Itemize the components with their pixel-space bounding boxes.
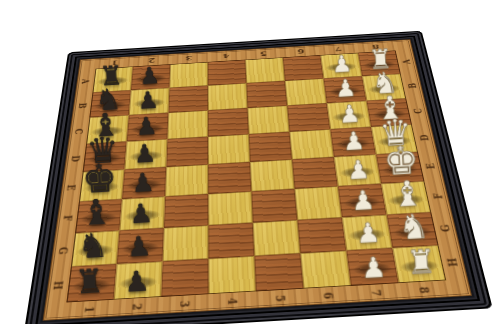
letter-label-text: G bbox=[56, 246, 69, 254]
letter-label-text: A bbox=[401, 59, 412, 64]
number-label-text: 2 bbox=[148, 57, 155, 63]
square-E6[interactable] bbox=[292, 157, 338, 189]
square-C2[interactable]: ♟ bbox=[127, 113, 169, 142]
black-knight-G1[interactable]: ♞ bbox=[77, 228, 109, 264]
wooden-border: 12345678A♜♟♟♜AB♞♟♟♞BC♝♟♟♝CD♛♟♟♛DE♚♟♟♚EF♝… bbox=[43, 39, 472, 320]
square-E5[interactable] bbox=[250, 159, 295, 191]
square-B3[interactable] bbox=[168, 86, 208, 113]
square-A4[interactable] bbox=[208, 60, 247, 86]
number-label-6-bottom: 6 bbox=[303, 286, 353, 306]
square-F3[interactable] bbox=[164, 194, 208, 228]
square-H8[interactable]: ♜ bbox=[392, 245, 446, 283]
square-D2[interactable]: ♟ bbox=[124, 139, 167, 169]
letter-label-text: H bbox=[51, 280, 64, 290]
letter-label-text: C bbox=[412, 108, 424, 114]
square-E7[interactable]: ♟ bbox=[334, 154, 381, 186]
square-H6[interactable] bbox=[300, 251, 351, 289]
letter-label-G-right: G bbox=[431, 211, 459, 245]
board-grid: 12345678A♜♟♟♜AB♞♟♟♞BC♝♟♟♝CD♛♟♟♛DE♚♟♟♚EF♝… bbox=[43, 39, 472, 320]
square-D5[interactable] bbox=[249, 132, 292, 162]
square-G4[interactable] bbox=[208, 223, 254, 259]
number-label-text: 3 bbox=[178, 300, 191, 308]
square-D4[interactable] bbox=[208, 134, 250, 164]
white-pawn-C7[interactable]: ♟ bbox=[338, 101, 361, 127]
letter-label-B-right: B bbox=[401, 73, 424, 99]
number-label-text: 5 bbox=[260, 50, 267, 56]
number-label-text: 6 bbox=[322, 292, 335, 299]
letter-label-A-left: A bbox=[75, 69, 95, 94]
square-C3[interactable] bbox=[167, 110, 208, 139]
number-label-text: 7 bbox=[335, 46, 343, 52]
board-corner bbox=[43, 303, 67, 321]
square-C6[interactable] bbox=[287, 103, 330, 132]
square-G5[interactable] bbox=[253, 220, 301, 256]
letter-label-H-left: H bbox=[45, 267, 71, 304]
square-D3[interactable] bbox=[166, 137, 208, 167]
white-knight-G8[interactable]: ♞ bbox=[398, 209, 431, 245]
number-label-text: 5 bbox=[274, 295, 287, 303]
letter-label-text: E bbox=[65, 184, 77, 191]
square-H3[interactable] bbox=[161, 259, 208, 297]
square-H2[interactable]: ♟ bbox=[114, 261, 163, 299]
square-G6[interactable] bbox=[297, 217, 346, 253]
number-label-7-bottom: 7 bbox=[351, 283, 402, 303]
number-label-4-bottom: 4 bbox=[209, 291, 257, 311]
square-G7[interactable]: ♟ bbox=[342, 215, 392, 251]
square-H4[interactable] bbox=[208, 256, 256, 294]
letter-label-B-left: B bbox=[72, 93, 93, 119]
black-pawn-E2[interactable]: ♟ bbox=[131, 169, 155, 196]
black-pawn-A2[interactable]: ♟ bbox=[139, 64, 161, 88]
square-E4[interactable] bbox=[208, 162, 251, 194]
black-pawn-F2[interactable]: ♟ bbox=[128, 200, 153, 228]
number-label-text: 2 bbox=[130, 303, 143, 311]
chess-set-photo: 12345678A♜♟♟♜AB♞♟♟♞BC♝♟♟♝CD♛♟♟♛DE♚♟♟♚EF♝… bbox=[0, 0, 500, 324]
chess-board: 12345678A♜♟♟♜AB♞♟♟♞BC♝♟♟♝CD♛♟♟♛DE♚♟♟♚EF♝… bbox=[23, 31, 492, 324]
square-E3[interactable] bbox=[165, 165, 208, 197]
square-F7[interactable]: ♟ bbox=[338, 184, 387, 218]
white-rook-H8[interactable]: ♜ bbox=[405, 246, 436, 281]
number-label-1-bottom: 1 bbox=[64, 300, 113, 320]
letter-label-G-left: G bbox=[50, 233, 75, 268]
square-A6[interactable] bbox=[283, 55, 324, 81]
black-pawn-H2[interactable]: ♟ bbox=[123, 267, 150, 297]
white-pawn-F7[interactable]: ♟ bbox=[350, 187, 375, 215]
white-pawn-B7[interactable]: ♟ bbox=[334, 76, 357, 101]
number-label-5-bottom: 5 bbox=[256, 289, 305, 309]
square-F4[interactable] bbox=[208, 191, 253, 225]
square-G2[interactable]: ♟ bbox=[117, 228, 164, 264]
letter-label-text: F bbox=[61, 215, 73, 222]
square-B4[interactable] bbox=[208, 83, 248, 110]
square-D6[interactable] bbox=[289, 129, 333, 159]
letter-label-text: F bbox=[431, 193, 444, 199]
square-E2[interactable]: ♟ bbox=[122, 167, 166, 199]
square-C4[interactable] bbox=[208, 108, 249, 137]
letter-label-text: H bbox=[446, 257, 460, 266]
number-label-text: 8 bbox=[417, 286, 431, 293]
square-B5[interactable] bbox=[246, 81, 287, 108]
number-label-2-bottom: 2 bbox=[112, 297, 161, 317]
square-F2[interactable]: ♟ bbox=[119, 197, 165, 231]
square-H1[interactable]: ♜ bbox=[66, 264, 116, 302]
letter-label-text: D bbox=[69, 155, 81, 162]
number-label-text: 1 bbox=[111, 59, 118, 65]
number-label-text: 3 bbox=[186, 55, 193, 61]
white-pawn-E7[interactable]: ♟ bbox=[346, 156, 371, 183]
white-pawn-D7[interactable]: ♟ bbox=[342, 128, 366, 154]
black-rook-H1[interactable]: ♜ bbox=[74, 265, 105, 299]
black-pawn-G2[interactable]: ♟ bbox=[126, 232, 152, 261]
square-A3[interactable] bbox=[169, 62, 207, 88]
board-corner bbox=[446, 279, 472, 297]
number-label-8-bottom: 8 bbox=[399, 280, 450, 300]
number-label-text: 4 bbox=[226, 297, 239, 305]
black-pawn-B2[interactable]: ♟ bbox=[137, 88, 159, 113]
letter-label-text: B bbox=[77, 102, 88, 108]
number-label-text: 8 bbox=[372, 43, 380, 49]
black-pawn-C2[interactable]: ♟ bbox=[135, 114, 158, 139]
number-label-3-bottom: 3 bbox=[160, 294, 208, 314]
square-C5[interactable] bbox=[248, 106, 290, 135]
square-G3[interactable] bbox=[163, 225, 209, 261]
number-label-text: 7 bbox=[369, 289, 383, 296]
number-label-text: 4 bbox=[223, 52, 230, 58]
white-pawn-A7[interactable]: ♟ bbox=[331, 52, 353, 76]
square-C7[interactable]: ♟ bbox=[327, 101, 371, 130]
number-label-text: 1 bbox=[83, 306, 96, 314]
white-pawn-G7[interactable]: ♟ bbox=[355, 219, 381, 248]
square-H5[interactable] bbox=[254, 253, 303, 291]
letter-label-text: A bbox=[80, 78, 91, 83]
black-plastic-frame: 12345678A♜♟♟♜AB♞♟♟♞BC♝♟♟♝CD♛♟♟♛DE♚♟♟♚EF♝… bbox=[23, 31, 492, 324]
square-F5[interactable] bbox=[251, 189, 297, 223]
square-F6[interactable] bbox=[295, 186, 342, 220]
white-pawn-H7[interactable]: ♟ bbox=[360, 253, 387, 283]
letter-label-text: G bbox=[438, 224, 452, 232]
square-B7[interactable]: ♟ bbox=[324, 76, 367, 103]
black-pawn-D2[interactable]: ♟ bbox=[133, 141, 157, 167]
letter-label-text: C bbox=[73, 128, 84, 134]
letter-label-text: B bbox=[407, 82, 419, 88]
number-label-text: 6 bbox=[297, 48, 304, 54]
square-B6[interactable] bbox=[285, 78, 327, 105]
letter-label-text: D bbox=[418, 134, 430, 141]
square-H7[interactable]: ♟ bbox=[346, 248, 398, 286]
letter-label-text: E bbox=[425, 163, 438, 169]
square-D7[interactable]: ♟ bbox=[330, 127, 376, 157]
square-A5[interactable] bbox=[245, 57, 285, 83]
